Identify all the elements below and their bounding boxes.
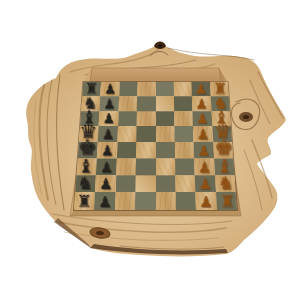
black-rook-piece: ♜ — [77, 193, 92, 210]
board-square — [174, 82, 193, 96]
board-square: ♞ — [215, 175, 236, 192]
board-square — [156, 96, 175, 111]
board-square — [156, 175, 176, 192]
board-square: ♟ — [98, 126, 118, 142]
board-square — [174, 126, 193, 142]
board-square: ♝ — [80, 111, 100, 126]
black-pawn-piece: ♟ — [100, 160, 113, 175]
board-square — [175, 175, 195, 192]
black-knight-piece: ♞ — [77, 174, 93, 192]
board-square: ♟ — [100, 96, 119, 111]
board-square — [156, 192, 176, 210]
board-square — [115, 175, 135, 192]
board-square — [118, 111, 137, 126]
black-knight-piece: ♞ — [83, 95, 98, 111]
white-pawn-piece: ♟ — [197, 128, 210, 142]
board-square: ♟ — [196, 192, 217, 210]
board-square: ♞ — [75, 175, 96, 192]
black-bishop-piece: ♝ — [78, 157, 95, 175]
black-pawn-piece: ♟ — [104, 83, 116, 96]
board-square — [135, 192, 155, 210]
black-rook-piece: ♜ — [85, 81, 99, 96]
board-square — [156, 82, 174, 96]
white-pawn-piece: ♟ — [198, 160, 211, 175]
board-square: ♝ — [214, 158, 235, 175]
white-pawn-piece: ♟ — [198, 144, 211, 158]
board-grid: ♜♟♟♜♞♟♟♞♝♟♟♝♛♟♟♛♚♟♟♚♝♟♟♝♞♟♟♞♜♟♟♜ — [74, 82, 237, 210]
board-square — [136, 126, 155, 142]
black-pawn-piece: ♟ — [98, 195, 111, 210]
board-square: ♟ — [192, 82, 211, 96]
board-square — [137, 111, 156, 126]
white-knight-piece: ♞ — [213, 95, 228, 111]
board-square — [135, 175, 155, 192]
board-square: ♞ — [81, 96, 100, 111]
white-knight-piece: ♞ — [218, 174, 234, 192]
board-square — [175, 142, 195, 158]
board-square: ♟ — [96, 158, 116, 175]
white-pawn-piece: ♟ — [200, 195, 213, 210]
board-square: ♚ — [78, 142, 98, 158]
board-square: ♟ — [99, 111, 118, 126]
board-square — [117, 142, 137, 158]
board-square: ♛ — [79, 126, 99, 142]
white-bishop-piece: ♝ — [214, 109, 230, 127]
white-rook-piece: ♜ — [219, 193, 234, 210]
board-square — [116, 158, 136, 175]
black-pawn-piece: ♟ — [101, 144, 114, 158]
board-square — [156, 158, 176, 175]
black-pawn-piece: ♟ — [102, 112, 114, 126]
board-square — [175, 158, 195, 175]
board-square: ♟ — [193, 111, 212, 126]
white-rook-piece: ♜ — [213, 81, 227, 96]
board-square — [118, 96, 137, 111]
board-square: ♟ — [193, 126, 213, 142]
board-square — [137, 96, 156, 111]
board-square: ♜ — [210, 82, 229, 96]
chess-set-photo: ♜♟♟♜♞♟♟♞♝♟♟♝♛♟♟♛♚♟♟♚♝♟♟♝♞♟♟♞♜♟♟♜ — [0, 0, 300, 300]
white-pawn-piece: ♟ — [196, 97, 208, 111]
black-bishop-piece: ♝ — [82, 109, 98, 127]
board-square — [136, 158, 156, 175]
board-square: ♜ — [216, 192, 237, 210]
board-square: ♜ — [82, 82, 101, 96]
board-square: ♟ — [95, 175, 116, 192]
white-pawn-piece: ♟ — [195, 83, 207, 96]
black-pawn-piece: ♟ — [99, 177, 112, 192]
board-square: ♟ — [195, 175, 216, 192]
board-square: ♟ — [194, 158, 214, 175]
board-square: ♝ — [77, 158, 98, 175]
board-square — [115, 192, 136, 210]
chess-board: ♜♟♟♜♞♟♟♞♝♟♟♝♛♟♟♛♚♟♟♚♝♟♟♝♞♟♟♞♜♟♟♜ — [74, 60, 237, 210]
board-square — [137, 82, 155, 96]
board-square — [156, 111, 175, 126]
white-pawn-piece: ♟ — [196, 112, 208, 126]
board-square: ♚ — [213, 142, 233, 158]
board-square — [136, 142, 155, 158]
board-square — [174, 111, 193, 126]
board-square — [156, 142, 175, 158]
board-square: ♟ — [101, 82, 120, 96]
white-pawn-piece: ♟ — [199, 177, 212, 192]
board-square: ♟ — [194, 142, 214, 158]
white-bishop-piece: ♝ — [216, 157, 233, 175]
board-square — [119, 82, 138, 96]
board-square: ♟ — [94, 192, 115, 210]
recess-wall-bottom — [70, 210, 241, 216]
board-square: ♞ — [210, 96, 229, 111]
board-square: ♛ — [212, 126, 232, 142]
board-square: ♝ — [211, 111, 231, 126]
board-square — [156, 126, 175, 142]
black-pawn-piece: ♟ — [101, 128, 114, 142]
board-square: ♟ — [192, 96, 211, 111]
board-square: ♜ — [74, 192, 95, 210]
board-square — [117, 126, 136, 142]
board-square — [176, 192, 197, 210]
board-square: ♟ — [97, 142, 117, 158]
black-pawn-piece: ♟ — [103, 97, 115, 111]
board-square — [174, 96, 193, 111]
